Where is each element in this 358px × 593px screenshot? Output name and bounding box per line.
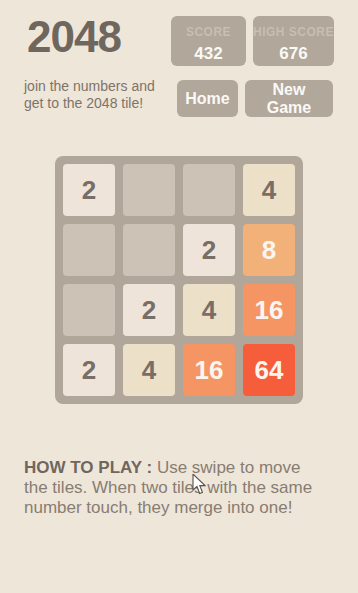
tile-4: 4 [123, 344, 175, 396]
score-row: SCORE 432 HIGH SCORE 676 [171, 16, 334, 66]
score-value: 432 [194, 44, 222, 64]
tile-8: 8 [243, 224, 295, 276]
high-score-box: HIGH SCORE 676 [253, 16, 334, 66]
score-label: SCORE [186, 25, 231, 39]
empty-cell [123, 224, 175, 276]
tile-2: 2 [63, 344, 115, 396]
tile-4: 4 [183, 284, 235, 336]
tile-2: 2 [123, 284, 175, 336]
app-subtitle: join the numbers and get to the 2048 til… [24, 78, 176, 112]
tile-2: 2 [63, 164, 115, 216]
high-score-label: HIGH SCORE [253, 25, 334, 39]
tile-64: 64 [243, 344, 295, 396]
empty-cell [63, 224, 115, 276]
tile-16: 16 [183, 344, 235, 396]
tile-4: 4 [243, 164, 295, 216]
score-box: SCORE 432 [171, 16, 246, 66]
how-to-play-line1: Use swipe to move [152, 458, 300, 477]
button-row: Home New Game [177, 80, 333, 117]
empty-cell [123, 164, 175, 216]
how-to-play-line3: number touch, they merge into one! [24, 498, 292, 517]
empty-cell [183, 164, 235, 216]
new-game-button[interactable]: New Game [245, 80, 333, 117]
how-to-play-label: HOW TO PLAY : [24, 458, 152, 477]
how-to-play-line2: the tiles. When two tiles with the same [24, 478, 312, 497]
mouse-cursor [192, 474, 206, 495]
empty-cell [63, 284, 115, 336]
how-to-play: HOW TO PLAY : Use swipe to move the tile… [24, 458, 346, 518]
page: 2048 join the numbers and get to the 204… [0, 0, 358, 593]
home-button[interactable]: Home [177, 80, 238, 117]
app-title: 2048 [27, 12, 121, 62]
tile-2: 2 [183, 224, 235, 276]
tile-16: 16 [243, 284, 295, 336]
high-score-value: 676 [279, 44, 307, 64]
board[interactable]: 24282416241664 [55, 156, 303, 404]
